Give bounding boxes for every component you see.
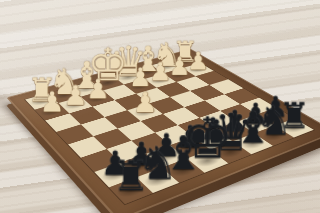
- daylight-highlight: [0, 0, 320, 213]
